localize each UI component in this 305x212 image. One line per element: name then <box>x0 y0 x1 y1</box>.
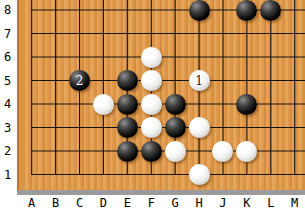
stone-black-H8 <box>189 0 210 21</box>
col-label-B: B <box>48 196 64 210</box>
col-label-J: J <box>215 196 231 210</box>
stone-black-L8 <box>260 0 281 21</box>
board-grid-lines <box>17 0 305 190</box>
stone-white-F4 <box>141 94 162 115</box>
stone-black-G4 <box>165 94 186 115</box>
stone-black-E5 <box>117 70 138 91</box>
row-label-3: 3 <box>0 120 15 136</box>
row-label-7: 7 <box>0 26 15 42</box>
stone-black-F2 <box>141 141 162 162</box>
stone-white-F6 <box>141 47 162 68</box>
col-label-F: F <box>143 196 159 210</box>
stone-white-F3 <box>141 117 162 138</box>
stone-white-H5: 1 <box>189 70 210 91</box>
stone-black-E2 <box>117 141 138 162</box>
col-label-D: D <box>95 196 111 210</box>
board-bottom-edge-bar <box>17 190 305 195</box>
row-label-1: 1 <box>0 167 15 183</box>
row-label-6: 6 <box>0 49 15 65</box>
col-label-M: M <box>287 196 303 210</box>
row-label-4: 4 <box>0 96 15 112</box>
stone-black-K4 <box>236 94 257 115</box>
move-number-label-1: 1 <box>195 75 203 87</box>
row-label-5: 5 <box>0 73 15 89</box>
stone-black-E3 <box>117 117 138 138</box>
go-board[interactable]: 21 <box>17 0 305 190</box>
stone-black-K8 <box>236 0 257 21</box>
stone-white-K2 <box>236 141 257 162</box>
stone-white-D4 <box>93 94 114 115</box>
stone-black-C5: 2 <box>69 70 90 91</box>
stone-white-H1 <box>189 164 210 185</box>
stone-white-G2 <box>165 141 186 162</box>
col-label-L: L <box>263 196 279 210</box>
col-label-A: A <box>24 196 40 210</box>
stone-white-H3 <box>189 117 210 138</box>
move-number-label-2: 2 <box>76 75 84 87</box>
stone-white-F5 <box>141 70 162 91</box>
stone-black-E4 <box>117 94 138 115</box>
col-label-E: E <box>119 196 135 210</box>
col-label-K: K <box>239 196 255 210</box>
stone-black-G3 <box>165 117 186 138</box>
row-label-8: 8 <box>0 2 15 18</box>
col-label-C: C <box>72 196 88 210</box>
row-label-2: 2 <box>0 143 15 159</box>
stone-white-J2 <box>212 141 233 162</box>
go-board-screenshot: 21 87654321 ABCDEFGHJKLM <box>0 0 305 212</box>
col-label-G: G <box>167 196 183 210</box>
col-label-H: H <box>191 196 207 210</box>
